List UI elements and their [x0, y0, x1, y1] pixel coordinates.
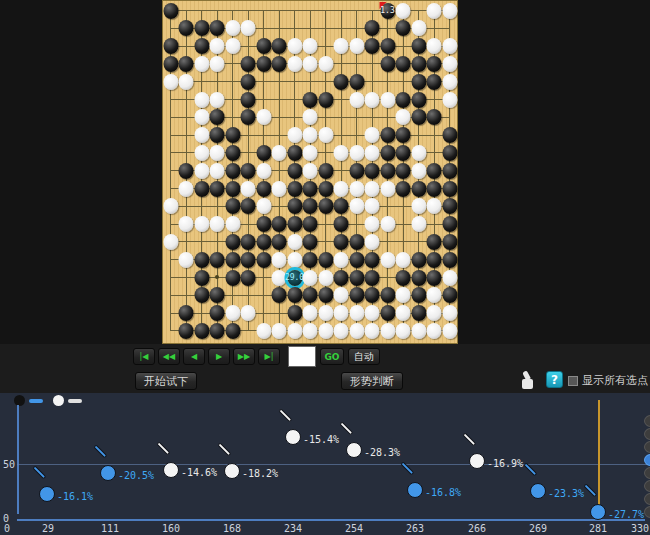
white-stone[interactable] [396, 109, 411, 125]
black-stone[interactable] [241, 270, 256, 286]
white-stone[interactable] [380, 216, 395, 232]
black-stone[interactable] [210, 127, 225, 143]
black-stone[interactable] [241, 198, 256, 214]
white-stone[interactable] [272, 252, 287, 268]
black-stone[interactable] [334, 74, 349, 90]
white-stone[interactable] [241, 181, 256, 197]
white-stone[interactable] [365, 92, 380, 108]
app-window: 1.329.0 GO 自动 |◀◀◀◀▶▶▶▶| 开始试下 形势判断 ? 显示所… [0, 0, 650, 535]
x-tick-label: 266 [468, 523, 486, 534]
black-stone[interactable] [210, 109, 225, 125]
white-stone[interactable] [194, 127, 209, 143]
white-stone[interactable] [287, 127, 302, 143]
auto-play-button[interactable]: 自动 [348, 348, 380, 365]
white-stone[interactable] [303, 270, 318, 286]
black-stone[interactable] [241, 234, 256, 250]
white-stone[interactable] [303, 38, 318, 54]
black-stone[interactable] [256, 252, 271, 268]
winrate-pin-move-29[interactable] [39, 486, 55, 502]
white-stone[interactable] [396, 305, 411, 321]
black-stone[interactable] [210, 181, 225, 197]
white-stone[interactable] [256, 198, 271, 214]
white-stone[interactable] [194, 216, 209, 232]
white-stone[interactable] [210, 145, 225, 161]
white-stone[interactable] [349, 323, 364, 339]
white-stone[interactable] [349, 92, 364, 108]
white-stone[interactable] [163, 198, 178, 214]
black-stone[interactable] [225, 323, 240, 339]
white-stone[interactable] [272, 323, 287, 339]
black-stone[interactable] [194, 323, 209, 339]
go-button[interactable]: GO [320, 348, 344, 365]
white-stone[interactable] [287, 38, 302, 54]
white-stone[interactable] [411, 20, 426, 36]
white-stone[interactable] [334, 305, 349, 321]
white-stone[interactable] [334, 181, 349, 197]
white-stone[interactable] [303, 323, 318, 339]
black-stone[interactable] [272, 216, 287, 232]
black-stone[interactable] [365, 38, 380, 54]
white-stone[interactable] [411, 216, 426, 232]
edge-dot[interactable] [644, 506, 650, 518]
white-player-legend-line [68, 399, 82, 403]
last-button[interactable]: ▶| [258, 348, 280, 365]
black-stone[interactable] [334, 234, 349, 250]
white-stone[interactable] [256, 163, 271, 179]
white-stone[interactable] [179, 181, 194, 197]
white-stone[interactable] [303, 163, 318, 179]
winrate-pin-move-111[interactable] [100, 465, 116, 481]
show-all-points-toggle[interactable]: 显示所有选点 [568, 373, 648, 388]
white-stone[interactable] [396, 252, 411, 268]
black-stone[interactable] [225, 234, 240, 250]
pin-tail [339, 421, 353, 435]
x-tick-label: 111 [101, 523, 119, 534]
help-button[interactable]: ? [546, 371, 563, 388]
gridline-50 [17, 464, 650, 465]
black-stone[interactable] [427, 181, 442, 197]
black-stone[interactable] [427, 109, 442, 125]
white-stone[interactable] [163, 74, 178, 90]
black-stone[interactable] [163, 3, 178, 19]
black-stone[interactable] [427, 163, 442, 179]
white-stone[interactable] [303, 305, 318, 321]
black-stone[interactable] [396, 270, 411, 286]
white-stone[interactable] [365, 145, 380, 161]
navigation-bar: GO 自动 |◀◀◀◀▶▶▶▶| [0, 344, 650, 369]
black-stone[interactable] [303, 181, 318, 197]
graph-legend [14, 395, 82, 406]
black-stone[interactable] [334, 198, 349, 214]
last-move-stone[interactable]: 1.3 [380, 3, 395, 19]
black-stone[interactable] [396, 92, 411, 108]
edge-dot[interactable] [644, 493, 650, 505]
white-stone[interactable] [365, 127, 380, 143]
black-stone[interactable] [411, 92, 426, 108]
black-stone[interactable] [442, 163, 457, 179]
black-stone[interactable] [396, 145, 411, 161]
white-stone[interactable] [287, 323, 302, 339]
move-number-input[interactable] [288, 346, 316, 367]
black-stone[interactable] [194, 252, 209, 268]
white-stone[interactable] [380, 181, 395, 197]
black-stone[interactable] [442, 252, 457, 268]
black-stone[interactable] [225, 127, 240, 143]
black-stone[interactable] [287, 216, 302, 232]
black-stone[interactable] [396, 181, 411, 197]
black-stone[interactable] [411, 270, 426, 286]
white-stone[interactable] [241, 305, 256, 321]
black-stone[interactable] [241, 163, 256, 179]
black-stone[interactable] [210, 287, 225, 303]
white-stone[interactable] [194, 109, 209, 125]
white-stone[interactable] [427, 3, 442, 19]
black-stone[interactable] [194, 38, 209, 54]
winrate-pin-move-168[interactable] [224, 463, 240, 479]
black-stone[interactable] [427, 270, 442, 286]
white-stone[interactable] [380, 92, 395, 108]
white-stone[interactable] [334, 145, 349, 161]
x-tick-label: 254 [345, 523, 363, 534]
white-stone[interactable] [442, 56, 457, 72]
black-stone[interactable] [365, 163, 380, 179]
winrate-pin-move-266[interactable] [469, 453, 485, 469]
black-stone[interactable] [272, 234, 287, 250]
black-stone[interactable] [442, 198, 457, 214]
black-stone[interactable] [427, 252, 442, 268]
winrate-label: -16.9% [487, 458, 523, 469]
black-stone[interactable] [396, 127, 411, 143]
white-stone[interactable] [210, 92, 225, 108]
black-stone[interactable] [225, 198, 240, 214]
black-stone[interactable] [287, 305, 302, 321]
white-stone[interactable] [272, 181, 287, 197]
black-stone[interactable] [272, 38, 287, 54]
start-trial-button[interactable]: 开始试下 [135, 372, 197, 390]
black-stone[interactable] [179, 20, 194, 36]
white-stone[interactable] [396, 323, 411, 339]
black-stone[interactable] [411, 287, 426, 303]
winrate-pin-move-234[interactable] [285, 429, 301, 445]
black-stone[interactable] [194, 270, 209, 286]
go-board[interactable]: 1.329.0 [162, 0, 458, 344]
black-stone[interactable] [194, 20, 209, 36]
white-stone[interactable] [225, 216, 240, 232]
white-stone[interactable] [194, 56, 209, 72]
fast-forward-button[interactable]: ▶▶ [233, 348, 255, 365]
black-stone[interactable] [225, 270, 240, 286]
white-stone[interactable] [442, 38, 457, 54]
white-stone[interactable] [427, 198, 442, 214]
white-stone[interactable] [427, 323, 442, 339]
black-stone[interactable] [272, 56, 287, 72]
black-stone[interactable] [396, 20, 411, 36]
black-stone[interactable] [303, 234, 318, 250]
checkbox-unchecked-icon[interactable] [568, 376, 578, 386]
white-stone[interactable] [241, 20, 256, 36]
white-stone[interactable] [365, 198, 380, 214]
white-stone[interactable] [411, 323, 426, 339]
black-stone[interactable] [256, 145, 271, 161]
x-tick-label: 168 [223, 523, 241, 534]
black-stone[interactable] [287, 181, 302, 197]
black-stone[interactable] [225, 181, 240, 197]
black-stone[interactable] [349, 234, 364, 250]
white-stone[interactable] [210, 38, 225, 54]
white-stone[interactable] [365, 181, 380, 197]
black-stone[interactable] [225, 145, 240, 161]
black-stone[interactable] [349, 163, 364, 179]
pin-tail [156, 441, 170, 455]
white-stone[interactable] [442, 92, 457, 108]
forward-button[interactable]: ▶ [208, 348, 230, 365]
black-stone[interactable] [241, 252, 256, 268]
black-stone[interactable] [194, 181, 209, 197]
pin-tail [278, 408, 292, 422]
black-stone[interactable] [303, 287, 318, 303]
white-stone[interactable] [225, 305, 240, 321]
white-stone[interactable] [442, 74, 457, 90]
white-stone[interactable] [349, 38, 364, 54]
white-stone[interactable] [210, 56, 225, 72]
white-stone[interactable] [303, 145, 318, 161]
white-stone[interactable] [411, 145, 426, 161]
black-stone[interactable] [380, 38, 395, 54]
black-stone[interactable] [411, 109, 426, 125]
black-stone[interactable] [365, 20, 380, 36]
black-stone[interactable] [194, 287, 209, 303]
black-stone[interactable] [365, 270, 380, 286]
white-stone[interactable] [272, 145, 287, 161]
black-stone[interactable] [241, 56, 256, 72]
white-stone[interactable] [225, 20, 240, 36]
white-stone[interactable] [365, 305, 380, 321]
white-stone[interactable] [442, 3, 457, 19]
edge-dot[interactable] [644, 428, 650, 440]
black-stone[interactable] [303, 198, 318, 214]
black-stone[interactable] [287, 163, 302, 179]
winrate-pin-move-269[interactable] [530, 483, 546, 499]
highlighted-stone[interactable]: 29.0 [287, 270, 302, 286]
black-stone[interactable] [210, 252, 225, 268]
thumbs-up-icon[interactable] [521, 371, 540, 390]
white-stone[interactable] [318, 270, 333, 286]
first-button[interactable]: |◀ [133, 348, 155, 365]
white-stone[interactable] [365, 216, 380, 232]
black-stone[interactable] [427, 234, 442, 250]
white-stone[interactable] [163, 234, 178, 250]
pin-tail [93, 444, 107, 458]
winrate-label: -23.3% [548, 488, 584, 499]
white-stone[interactable] [318, 305, 333, 321]
black-stone[interactable] [318, 198, 333, 214]
white-stone[interactable] [442, 305, 457, 321]
white-stone[interactable] [179, 216, 194, 232]
action-bar: 开始试下 形势判断 ? 显示所有选点 [0, 369, 650, 393]
black-stone[interactable] [349, 270, 364, 286]
black-stone[interactable] [334, 216, 349, 232]
white-stone[interactable] [303, 127, 318, 143]
winrate-label: -28.3% [364, 447, 400, 458]
white-stone[interactable] [349, 145, 364, 161]
black-stone[interactable] [365, 287, 380, 303]
black-stone[interactable] [241, 74, 256, 90]
winrate-pin-move-263[interactable] [407, 482, 423, 498]
edge-dot[interactable] [644, 415, 650, 427]
black-stone[interactable] [179, 305, 194, 321]
black-stone[interactable] [380, 145, 395, 161]
black-stone[interactable] [380, 127, 395, 143]
black-stone[interactable] [318, 252, 333, 268]
white-stone[interactable] [225, 38, 240, 54]
white-stone[interactable] [334, 38, 349, 54]
y-axis [17, 405, 19, 514]
white-stone[interactable] [287, 234, 302, 250]
black-stone[interactable] [442, 216, 457, 232]
white-stone[interactable] [334, 287, 349, 303]
black-stone[interactable] [241, 109, 256, 125]
black-stone[interactable] [318, 163, 333, 179]
y-tick-label: 0 [3, 513, 9, 524]
fast-back-button[interactable]: ◀◀ [158, 348, 180, 365]
black-stone[interactable] [163, 38, 178, 54]
white-stone[interactable] [194, 145, 209, 161]
edge-dot[interactable] [644, 441, 650, 453]
winrate-pin-move-281[interactable] [590, 504, 606, 520]
x-tick-label: 263 [406, 523, 424, 534]
black-stone[interactable] [303, 92, 318, 108]
white-stone[interactable] [442, 323, 457, 339]
black-stone[interactable] [380, 56, 395, 72]
black-stone[interactable] [179, 323, 194, 339]
black-stone[interactable] [225, 163, 240, 179]
black-stone[interactable] [411, 252, 426, 268]
edge-dot[interactable] [644, 480, 650, 492]
black-stone[interactable] [241, 92, 256, 108]
white-stone[interactable] [427, 305, 442, 321]
black-stone[interactable] [380, 287, 395, 303]
black-stone[interactable] [349, 287, 364, 303]
black-stone[interactable] [396, 163, 411, 179]
white-stone[interactable] [411, 198, 426, 214]
white-stone[interactable] [287, 252, 302, 268]
white-stone[interactable] [334, 252, 349, 268]
white-stone[interactable] [396, 287, 411, 303]
black-stone[interactable] [411, 305, 426, 321]
black-stone[interactable] [411, 181, 426, 197]
white-stone[interactable] [210, 163, 225, 179]
x-tick-label: 0 [4, 523, 10, 534]
black-stone[interactable] [442, 145, 457, 161]
position-judge-button[interactable]: 形势判断 [341, 372, 403, 390]
black-stone[interactable] [210, 20, 225, 36]
black-stone[interactable] [210, 323, 225, 339]
black-stone[interactable] [256, 38, 271, 54]
black-stone[interactable] [442, 181, 457, 197]
white-stone[interactable] [427, 287, 442, 303]
black-stone[interactable] [427, 74, 442, 90]
white-stone[interactable] [303, 56, 318, 72]
black-stone[interactable] [256, 234, 271, 250]
black-stone[interactable] [225, 252, 240, 268]
black-stone[interactable] [442, 127, 457, 143]
white-stone[interactable] [349, 305, 364, 321]
black-stone[interactable] [380, 163, 395, 179]
white-stone[interactable] [411, 163, 426, 179]
white-stone[interactable] [334, 323, 349, 339]
black-stone[interactable] [179, 163, 194, 179]
white-stone[interactable] [427, 38, 442, 54]
black-stone[interactable] [256, 56, 271, 72]
black-stone[interactable] [287, 198, 302, 214]
white-stone[interactable] [194, 163, 209, 179]
black-stone[interactable] [349, 252, 364, 268]
white-stone[interactable] [349, 181, 364, 197]
winrate-label: -18.2% [242, 468, 278, 479]
black-stone[interactable] [287, 145, 302, 161]
white-stone[interactable] [442, 270, 457, 286]
white-stone[interactable] [194, 92, 209, 108]
black-stone[interactable] [163, 56, 178, 72]
black-stone[interactable] [365, 252, 380, 268]
black-stone[interactable] [427, 56, 442, 72]
white-stone[interactable] [179, 74, 194, 90]
white-stone[interactable] [287, 56, 302, 72]
white-stone[interactable] [365, 234, 380, 250]
black-stone[interactable] [411, 56, 426, 72]
back-button[interactable]: ◀ [183, 348, 205, 365]
black-stone[interactable] [396, 56, 411, 72]
black-stone[interactable] [380, 305, 395, 321]
winrate-pin-move-160[interactable] [163, 462, 179, 478]
white-stone[interactable] [303, 109, 318, 125]
white-stone[interactable] [210, 216, 225, 232]
edge-dot[interactable] [644, 467, 650, 479]
black-stone[interactable] [272, 287, 287, 303]
black-stone[interactable] [287, 287, 302, 303]
black-stone[interactable] [442, 287, 457, 303]
winrate-label: -14.6% [181, 467, 217, 478]
black-stone[interactable] [334, 270, 349, 286]
black-stone[interactable] [442, 234, 457, 250]
white-stone[interactable] [318, 323, 333, 339]
black-stone[interactable] [318, 181, 333, 197]
black-stone[interactable] [411, 38, 426, 54]
black-stone[interactable] [256, 181, 271, 197]
white-stone[interactable] [318, 127, 333, 143]
white-stone[interactable] [349, 198, 364, 214]
white-stone[interactable] [256, 323, 271, 339]
black-stone[interactable] [411, 74, 426, 90]
black-stone[interactable] [210, 305, 225, 321]
black-stone[interactable] [179, 56, 194, 72]
white-stone[interactable] [318, 56, 333, 72]
winrate-graph[interactable]: 500029111160168234254263266269281330-16.… [0, 393, 650, 535]
black-stone[interactable] [349, 74, 364, 90]
white-stone[interactable] [365, 323, 380, 339]
black-stone[interactable] [318, 287, 333, 303]
black-stone[interactable] [318, 92, 333, 108]
black-stone[interactable] [303, 252, 318, 268]
winrate-pin-move-254[interactable] [346, 442, 362, 458]
black-stone[interactable] [256, 216, 271, 232]
white-stone[interactable] [179, 252, 194, 268]
black-stone[interactable] [303, 216, 318, 232]
white-stone[interactable] [256, 109, 271, 125]
white-stone[interactable] [380, 252, 395, 268]
white-stone[interactable] [396, 3, 411, 19]
white-stone[interactable] [380, 323, 395, 339]
